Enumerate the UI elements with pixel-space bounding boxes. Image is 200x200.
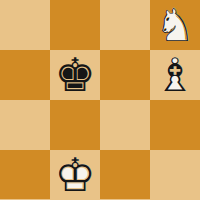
square-r4c3[interactable] — [100, 150, 150, 199]
square-r4c1[interactable] — [0, 150, 50, 199]
square-r3c2[interactable] — [50, 100, 100, 150]
square-r3c4[interactable] — [150, 100, 200, 150]
square-r4c4[interactable] — [150, 150, 200, 199]
square-r2c4[interactable]: ♝♗ — [150, 50, 200, 100]
square-r2c1[interactable] — [0, 50, 50, 100]
square-r3c1[interactable] — [0, 100, 50, 150]
square-r1c4[interactable]: ♞♘ — [150, 0, 200, 50]
white-knight: ♞♘ — [150, 0, 200, 50]
white-bishop: ♝♗ — [150, 50, 200, 100]
square-r3c3[interactable] — [100, 100, 150, 150]
white-bishop-glyph-outline: ♗ — [150, 50, 200, 100]
square-r1c2[interactable] — [50, 0, 100, 50]
black-king: ♚ — [50, 50, 100, 100]
square-r1c1[interactable] — [0, 0, 50, 50]
white-king-glyph-outline: ♔ — [50, 150, 100, 200]
white-king: ♚♔ — [50, 150, 100, 200]
square-r4c2[interactable]: ♚♔ — [50, 150, 100, 199]
square-r2c3[interactable] — [100, 50, 150, 100]
chess-board: ♞♘♚♝♗♚♔ — [0, 0, 200, 199]
square-r2c2[interactable]: ♚ — [50, 50, 100, 100]
black-king-glyph-fill: ♚ — [50, 50, 100, 100]
square-r1c3[interactable] — [100, 0, 150, 50]
white-knight-glyph-outline: ♘ — [150, 0, 200, 50]
